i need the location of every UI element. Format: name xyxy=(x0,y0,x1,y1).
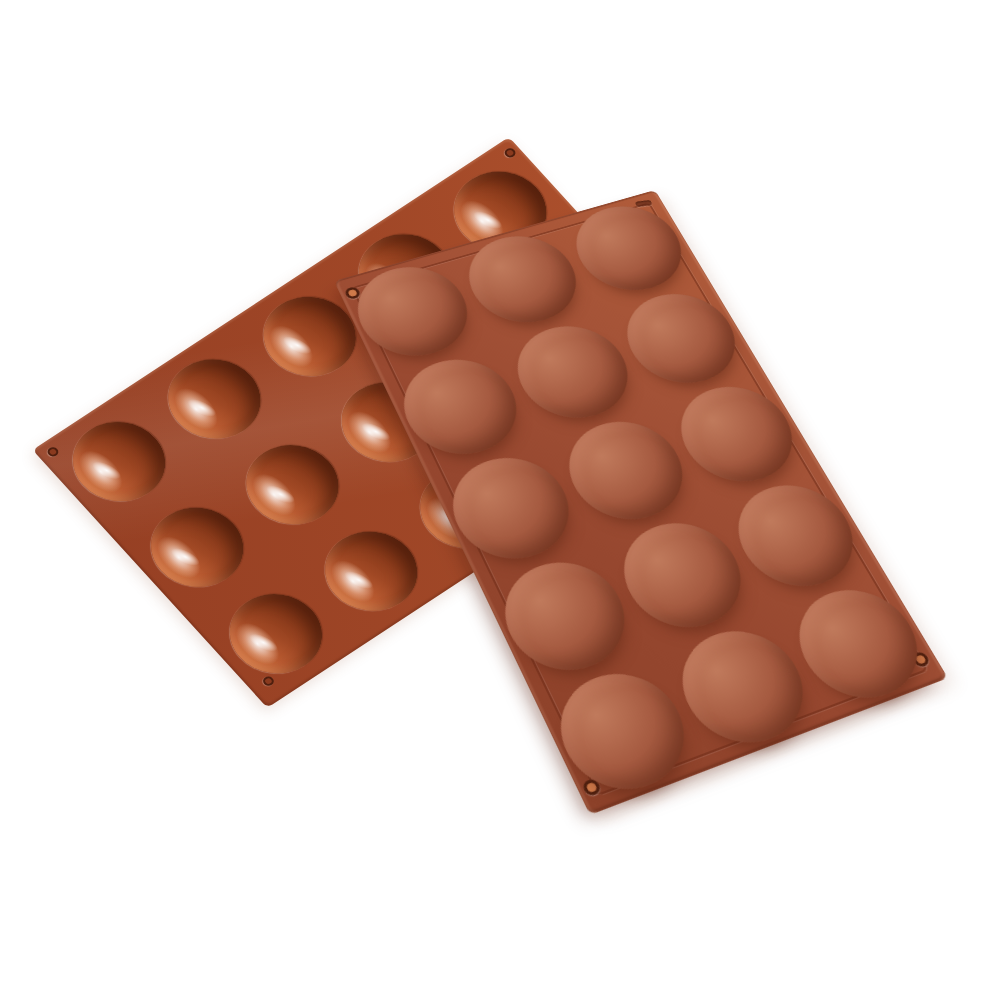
product-photo-stage xyxy=(0,0,1000,1000)
